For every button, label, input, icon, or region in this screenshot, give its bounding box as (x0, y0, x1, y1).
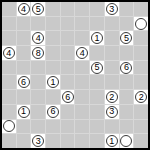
cell-r6-c2[interactable] (31, 90, 45, 104)
clue-circle: 4 (3, 47, 15, 59)
clue-circle: 8 (32, 47, 44, 59)
clue-number: 6 (65, 93, 70, 102)
cell-r2-c2[interactable]: 4 (31, 31, 45, 45)
empty-circle-clue (3, 120, 15, 132)
cell-r2-c8[interactable]: 5 (120, 31, 134, 45)
empty-circle-clue (135, 18, 147, 30)
clue-number: 1 (50, 78, 55, 87)
cell-r6-c9[interactable]: 2 (134, 90, 148, 104)
clue-circle: 3 (32, 135, 44, 147)
cell-r8-c9[interactable] (134, 120, 148, 134)
clue-number: 1 (95, 34, 100, 43)
clue-number: 3 (36, 137, 41, 146)
cell-r8-c6[interactable] (90, 120, 104, 134)
clue-number: 2 (139, 93, 144, 102)
cell-r0-c9[interactable] (134, 2, 148, 16)
cell-r2-c3[interactable] (46, 31, 60, 45)
cell-r0-c5[interactable] (75, 2, 89, 16)
cell-r9-c8[interactable] (120, 134, 134, 148)
cell-r5-c6[interactable] (90, 75, 104, 89)
clue-circle: 2 (135, 91, 147, 103)
cell-r5-c8[interactable] (120, 75, 134, 89)
clue-circle: 1 (106, 135, 118, 147)
cell-r7-c1[interactable]: 1 (17, 105, 31, 119)
cell-r4-c4[interactable] (61, 61, 75, 75)
cell-r7-c3[interactable]: 6 (46, 105, 60, 119)
clue-number: 4 (6, 49, 11, 58)
cell-r7-c4[interactable] (61, 105, 75, 119)
cell-r0-c2[interactable]: 5 (31, 2, 45, 16)
cell-r1-c9[interactable] (134, 17, 148, 31)
cell-r1-c6[interactable] (90, 17, 104, 31)
cell-r3-c5[interactable]: 4 (75, 46, 89, 60)
cell-r6-c4[interactable]: 6 (61, 90, 75, 104)
cell-r9-c3[interactable] (46, 134, 60, 148)
cell-r7-c6[interactable] (90, 105, 104, 119)
cell-r3-c0[interactable]: 4 (2, 46, 16, 60)
cell-r5-c4[interactable] (61, 75, 75, 89)
cell-r9-c5[interactable] (75, 134, 89, 148)
cell-r9-c2[interactable]: 3 (31, 134, 45, 148)
cell-r0-c8[interactable] (120, 2, 134, 16)
clue-circle: 3 (106, 106, 118, 118)
cell-r4-c1[interactable] (17, 61, 31, 75)
cell-r2-c9[interactable] (134, 31, 148, 45)
cell-r6-c3[interactable] (46, 90, 60, 104)
clue-number: 8 (36, 49, 41, 58)
clue-number: 6 (50, 107, 55, 116)
cell-r1-c3[interactable] (46, 17, 60, 31)
clue-circle: 5 (32, 3, 44, 15)
clue-number: 2 (109, 93, 114, 102)
cell-r1-c2[interactable] (31, 17, 45, 31)
cell-r3-c8[interactable] (120, 46, 134, 60)
clue-number: 5 (124, 34, 129, 43)
cell-r2-c1[interactable] (17, 31, 31, 45)
clue-number: 1 (109, 137, 114, 146)
clue-circle: 1 (47, 76, 59, 88)
clue-number: 1 (21, 107, 26, 116)
cell-r0-c3[interactable] (46, 2, 60, 16)
cell-r7-c8[interactable] (120, 105, 134, 119)
cell-r5-c3[interactable]: 1 (46, 75, 60, 89)
clue-number: 5 (95, 63, 100, 72)
clue-number: 3 (109, 107, 114, 116)
cell-r8-c3[interactable] (46, 120, 60, 134)
cell-r3-c3[interactable] (46, 46, 60, 60)
cell-r3-c2[interactable]: 8 (31, 46, 45, 60)
cell-r2-c6[interactable]: 1 (90, 31, 104, 45)
cell-r0-c4[interactable] (61, 2, 75, 16)
cell-r8-c8[interactable] (120, 120, 134, 134)
cell-r8-c2[interactable] (31, 120, 45, 134)
cell-r9-c9[interactable] (134, 134, 148, 148)
cell-r8-c7[interactable] (105, 120, 119, 134)
cell-r3-c1[interactable] (17, 46, 31, 60)
cell-r1-c1[interactable] (17, 17, 31, 31)
cell-r4-c7[interactable] (105, 61, 119, 75)
clue-circle: 4 (76, 47, 88, 59)
cell-r7-c7[interactable]: 3 (105, 105, 119, 119)
cell-r8-c1[interactable] (17, 120, 31, 134)
cell-r0-c7[interactable]: 3 (105, 2, 119, 16)
cell-r1-c7[interactable] (105, 17, 119, 31)
clue-number: 6 (21, 78, 26, 87)
cell-r7-c0[interactable] (2, 105, 16, 119)
cell-r6-c5[interactable] (75, 90, 89, 104)
clue-circle: 6 (18, 76, 30, 88)
cell-r4-c3[interactable] (46, 61, 60, 75)
cell-r4-c0[interactable] (2, 61, 16, 75)
cell-r9-c4[interactable] (61, 134, 75, 148)
cell-r6-c1[interactable] (17, 90, 31, 104)
clue-circle: 6 (120, 62, 132, 74)
clue-number: 4 (80, 49, 85, 58)
cell-r5-c0[interactable] (2, 75, 16, 89)
clue-number: 6 (124, 63, 129, 72)
clue-circle: 1 (18, 106, 30, 118)
puzzle-board: 453415484566162216331 (0, 0, 150, 150)
cell-r9-c7[interactable]: 1 (105, 134, 119, 148)
cell-r5-c9[interactable] (134, 75, 148, 89)
clue-number: 4 (36, 34, 41, 43)
clue-number: 3 (109, 5, 114, 14)
cell-r1-c8[interactable] (120, 17, 134, 31)
cell-r6-c7[interactable]: 2 (105, 90, 119, 104)
cell-r8-c5[interactable] (75, 120, 89, 134)
cell-r5-c7[interactable] (105, 75, 119, 89)
cell-r2-c4[interactable] (61, 31, 75, 45)
clue-circle: 2 (106, 91, 118, 103)
cell-r0-c6[interactable] (90, 2, 104, 16)
clue-circle: 1 (91, 32, 103, 44)
clue-circle: 6 (47, 106, 59, 118)
cell-r6-c8[interactable] (120, 90, 134, 104)
cell-r1-c4[interactable] (61, 17, 75, 31)
cell-r3-c9[interactable] (134, 46, 148, 60)
cell-r6-c0[interactable] (2, 90, 16, 104)
clue-circle: 5 (120, 32, 132, 44)
clue-number: 4 (21, 5, 26, 14)
cell-r1-c5[interactable] (75, 17, 89, 31)
cell-r7-c5[interactable] (75, 105, 89, 119)
cell-r4-c9[interactable] (134, 61, 148, 75)
cell-r9-c6[interactable] (90, 134, 104, 148)
cell-r2-c7[interactable] (105, 31, 119, 45)
cell-r0-c0[interactable] (2, 2, 16, 16)
cell-r4-c2[interactable] (31, 61, 45, 75)
cell-r2-c0[interactable] (2, 31, 16, 45)
cell-r4-c6[interactable]: 5 (90, 61, 104, 75)
cell-r8-c0[interactable] (2, 120, 16, 134)
cell-r6-c6[interactable] (90, 90, 104, 104)
cell-r3-c4[interactable] (61, 46, 75, 60)
cell-r0-c1[interactable]: 4 (17, 2, 31, 16)
clue-circle: 5 (91, 62, 103, 74)
cell-r5-c5[interactable] (75, 75, 89, 89)
clue-number: 5 (36, 5, 41, 14)
cell-r9-c0[interactable] (2, 134, 16, 148)
clue-circle: 6 (62, 91, 74, 103)
cell-r2-c5[interactable] (75, 31, 89, 45)
empty-circle-clue (120, 135, 132, 147)
cell-r3-c6[interactable] (90, 46, 104, 60)
clue-circle: 3 (106, 3, 118, 15)
cell-r4-c5[interactable] (75, 61, 89, 75)
cell-r5-c1[interactable]: 6 (17, 75, 31, 89)
cell-r5-c2[interactable] (31, 75, 45, 89)
cell-r4-c8[interactable]: 6 (120, 61, 134, 75)
clue-circle: 4 (18, 3, 30, 15)
cell-r3-c7[interactable] (105, 46, 119, 60)
cell-r9-c1[interactable] (17, 134, 31, 148)
cell-r8-c4[interactable] (61, 120, 75, 134)
cell-r1-c0[interactable] (2, 17, 16, 31)
clue-circle: 4 (32, 32, 44, 44)
cell-r7-c2[interactable] (31, 105, 45, 119)
cell-r7-c9[interactable] (134, 105, 148, 119)
